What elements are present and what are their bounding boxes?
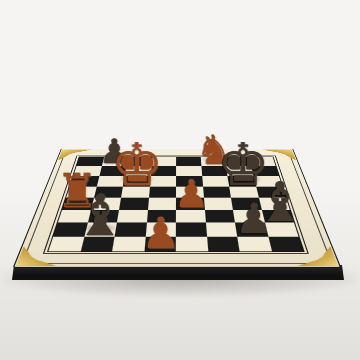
square-e7: [176, 166, 202, 176]
play-area: [47, 157, 305, 252]
square-b8: [101, 157, 127, 166]
square-a7: [73, 166, 101, 176]
square-b7: [99, 166, 126, 176]
square-c1: [112, 236, 145, 251]
square-f8: [200, 157, 226, 166]
square-c3: [117, 210, 148, 223]
square-e8: [176, 157, 201, 166]
square-f6: [202, 176, 229, 186]
square-h4: [258, 198, 289, 210]
square-a1: [48, 236, 84, 251]
chess-board: [42, 63, 312, 333]
square-h8: [249, 157, 276, 166]
square-f3: [204, 210, 235, 223]
square-c4: [119, 198, 148, 210]
square-c8: [126, 157, 152, 166]
square-g5: [229, 186, 258, 197]
square-e6: [176, 176, 203, 186]
square-e4: [176, 198, 204, 210]
square-f7: [201, 166, 227, 176]
square-d5: [149, 186, 176, 197]
square-a2: [53, 222, 87, 236]
square-a4: [62, 198, 93, 210]
square-b6: [96, 176, 124, 186]
square-f4: [203, 198, 232, 210]
square-e3: [176, 210, 206, 223]
square-c2: [115, 222, 147, 236]
square-f1: [207, 236, 240, 251]
square-a5: [66, 186, 96, 197]
square-h1: [268, 236, 304, 251]
square-b4: [91, 198, 121, 210]
square-d2: [145, 222, 176, 236]
square-c6: [123, 176, 150, 186]
square-g6: [227, 176, 255, 186]
square-d7: [150, 166, 176, 176]
square-a6: [70, 176, 99, 186]
square-b5: [94, 186, 123, 197]
square-d3: [146, 210, 176, 223]
square-d6: [149, 176, 176, 186]
square-h7: [251, 166, 279, 176]
square-e1: [176, 236, 208, 251]
square-g2: [235, 222, 268, 236]
square-a3: [58, 210, 91, 223]
square-c5: [121, 186, 149, 197]
square-h6: [253, 176, 282, 186]
square-d1: [144, 236, 176, 251]
board-top-surface: [14, 149, 339, 266]
square-b2: [84, 222, 117, 236]
square-g8: [224, 157, 250, 166]
square-d4: [148, 198, 176, 210]
square-g3: [233, 210, 265, 223]
square-f2: [205, 222, 237, 236]
square-g7: [226, 166, 253, 176]
square-h3: [261, 210, 294, 223]
square-b3: [87, 210, 119, 223]
square-c7: [125, 166, 152, 176]
square-b1: [80, 236, 114, 251]
square-f5: [203, 186, 231, 197]
square-e2: [176, 222, 207, 236]
square-g1: [237, 236, 271, 251]
square-g4: [231, 198, 261, 210]
square-e5: [176, 186, 203, 197]
studio-backdrop: ♟♞♚♚♜♟♝♝♟♟: [0, 0, 360, 360]
square-h2: [264, 222, 298, 236]
square-h5: [256, 186, 286, 197]
square-a8: [77, 157, 104, 166]
square-d8: [151, 157, 176, 166]
